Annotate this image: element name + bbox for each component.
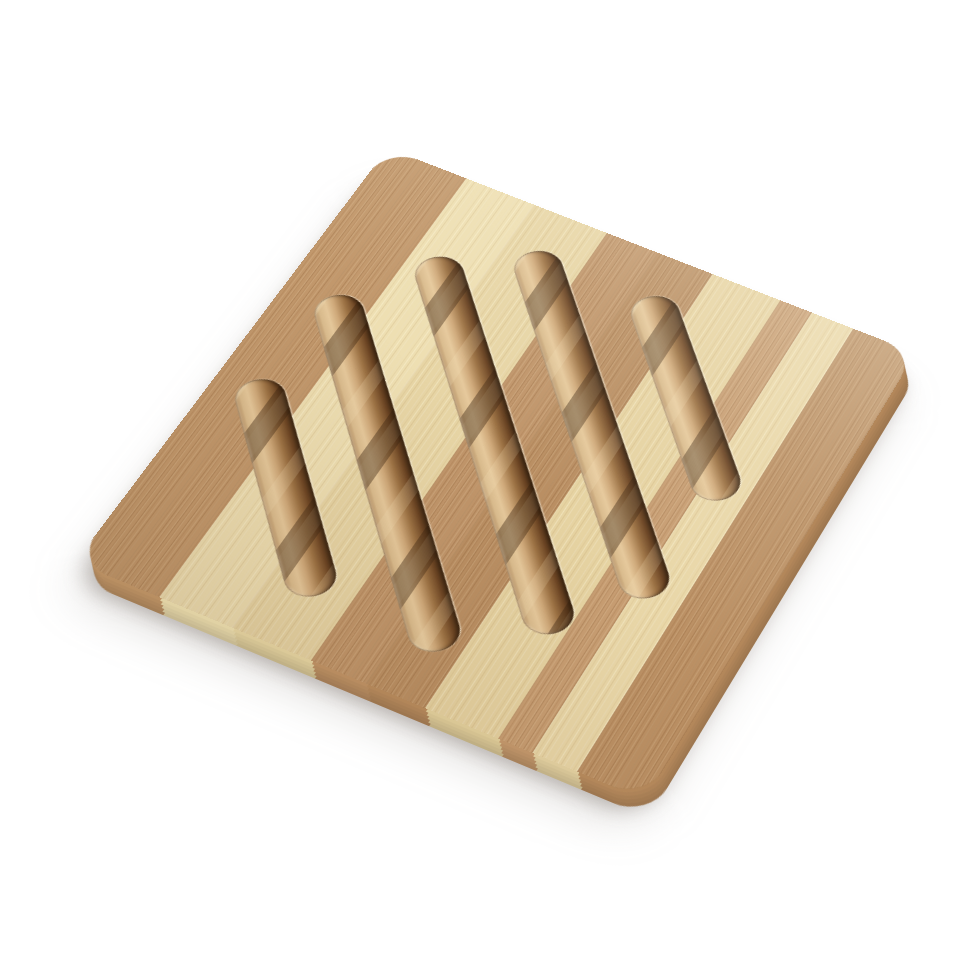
trivet-board (0, 0, 960, 960)
drop-shadow-outer-shape (65, 182, 906, 834)
vent-slot (309, 291, 465, 657)
lighting-overlay (75, 148, 916, 800)
vent-slot (509, 247, 675, 603)
bamboo-stripes (75, 148, 916, 800)
bamboo-strip-dark (498, 300, 812, 753)
vent-slot (625, 292, 746, 505)
board-edge-layer (3, 14, 960, 960)
drop-shadow-outer (0, 34, 950, 960)
board-edge-face (77, 155, 918, 807)
bamboo-strip-dark (75, 148, 466, 597)
vent-slot (230, 375, 341, 602)
trivet-top-face (75, 148, 916, 800)
bamboo-strip-dark (311, 233, 658, 683)
vent-slots (75, 148, 916, 800)
board-edge-layer (2, 7, 960, 960)
bamboo-strip-dark (577, 329, 916, 800)
bamboo-strip-light (159, 178, 534, 627)
vent-slot (410, 253, 579, 640)
bamboo-strip-light (425, 274, 780, 739)
stage (0, 0, 960, 960)
bamboo-strip-light (232, 205, 607, 661)
drop-shadow-inner (0, 20, 956, 960)
board-edge-layer (2, 11, 960, 960)
bamboo-strip-light (532, 313, 853, 772)
board-edge-face (79, 166, 920, 818)
board-edge-face (78, 162, 919, 814)
bamboo-strip-dark (366, 253, 713, 708)
board-edge-face (76, 152, 917, 804)
drop-shadow-inner-shape (71, 168, 912, 820)
board-edge-layer (1, 4, 960, 960)
board-edge-face (77, 159, 918, 811)
board-edge-layer (4, 18, 960, 960)
